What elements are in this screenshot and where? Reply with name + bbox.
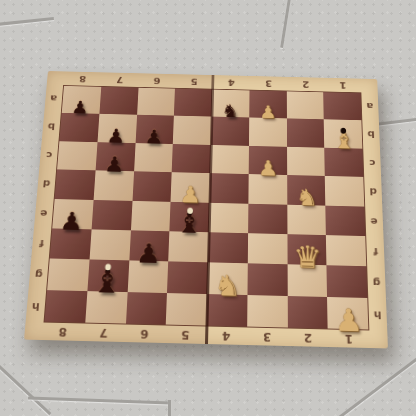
- rank-label: 7: [116, 74, 124, 85]
- tile-grout-line: [28, 397, 170, 405]
- chess-piece-black-pawn-b7[interactable]: ♟: [106, 127, 126, 146]
- file-label: e: [371, 215, 379, 227]
- tile-grout-line: [0, 17, 54, 26]
- chess-piece-black-pawn-a8[interactable]: ♟: [71, 99, 90, 117]
- chess-piece-white-pawn-c3[interactable]: ♟: [258, 158, 278, 179]
- chess-piece-white-knight-g4[interactable]: ♞: [214, 272, 241, 301]
- chess-piece-black-pawn-e8[interactable]: ♟: [59, 209, 84, 234]
- tile-grout-line: [280, 0, 291, 48]
- chess-piece-white-pawn-h1[interactable]: ♟: [334, 305, 363, 337]
- rank-label: 4: [222, 329, 231, 343]
- file-label: d: [42, 178, 50, 190]
- rank-label: 4: [227, 77, 234, 88]
- black-bishop-tip: [341, 128, 347, 134]
- chess-piece-black-pawn-c7[interactable]: ♟: [103, 154, 125, 175]
- file-label: a: [50, 93, 58, 104]
- rank-label: 6: [140, 327, 149, 341]
- file-label: d: [369, 186, 377, 198]
- rank-label: 8: [78, 73, 86, 84]
- file-label: g: [34, 268, 43, 280]
- tile-grout-line: [330, 344, 416, 416]
- pieces-layer: ♟♟♟♟♝♟♟♟♝♞♞♟♟♞♛♝♟: [43, 85, 369, 330]
- chess-piece-black-bishop-g7[interactable]: ♝: [91, 266, 123, 299]
- file-label: e: [40, 207, 48, 219]
- chess-piece-white-pawn-a3[interactable]: ♟: [259, 104, 276, 122]
- file-label: f: [373, 246, 378, 258]
- chess-piece-black-knight-a4[interactable]: ♞: [222, 103, 240, 121]
- chess-piece-black-bishop-e5[interactable]: ♝: [175, 209, 203, 238]
- rank-label: 1: [339, 80, 346, 91]
- file-label: g: [372, 277, 380, 289]
- chess-piece-white-pawn-d5[interactable]: ♟: [179, 184, 202, 207]
- chess-piece-white-bishop-b1[interactable]: ♝: [333, 129, 356, 152]
- file-label: f: [38, 238, 44, 250]
- chess-piece-black-pawn-f6[interactable]: ♟: [135, 240, 161, 267]
- tile-grout-line: [0, 364, 51, 415]
- file-label: h: [374, 308, 382, 321]
- rank-label: 6: [153, 75, 160, 86]
- tile-grout-line: [168, 400, 171, 416]
- white-bishop-tip: [105, 264, 111, 271]
- file-label: b: [47, 121, 55, 132]
- rank-label: 7: [99, 326, 108, 340]
- file-label: c: [45, 149, 52, 160]
- chess-piece-black-pawn-b6[interactable]: ♟: [144, 128, 164, 147]
- rank-label: 8: [59, 325, 68, 339]
- white-bishop-tip: [187, 208, 193, 214]
- chess-piece-white-knight-d2[interactable]: ♞: [296, 186, 318, 209]
- rank-label: 5: [181, 328, 190, 342]
- file-label: h: [32, 300, 41, 313]
- file-label: c: [369, 157, 376, 168]
- chess-board: 87654321 87654321 abcdefgh abcdefgh ♟♟♟♟…: [24, 71, 388, 348]
- rank-label: 3: [263, 330, 271, 344]
- rank-label: 2: [304, 331, 312, 345]
- floor: 87654321 87654321 abcdefgh abcdefgh ♟♟♟♟…: [0, 0, 416, 416]
- rank-label: 5: [190, 76, 197, 87]
- chess-piece-white-queen-f2[interactable]: ♛: [293, 241, 322, 272]
- file-label: a: [366, 101, 373, 112]
- rank-label: 2: [302, 79, 309, 90]
- rank-label: 3: [265, 78, 272, 89]
- file-label: b: [367, 129, 375, 140]
